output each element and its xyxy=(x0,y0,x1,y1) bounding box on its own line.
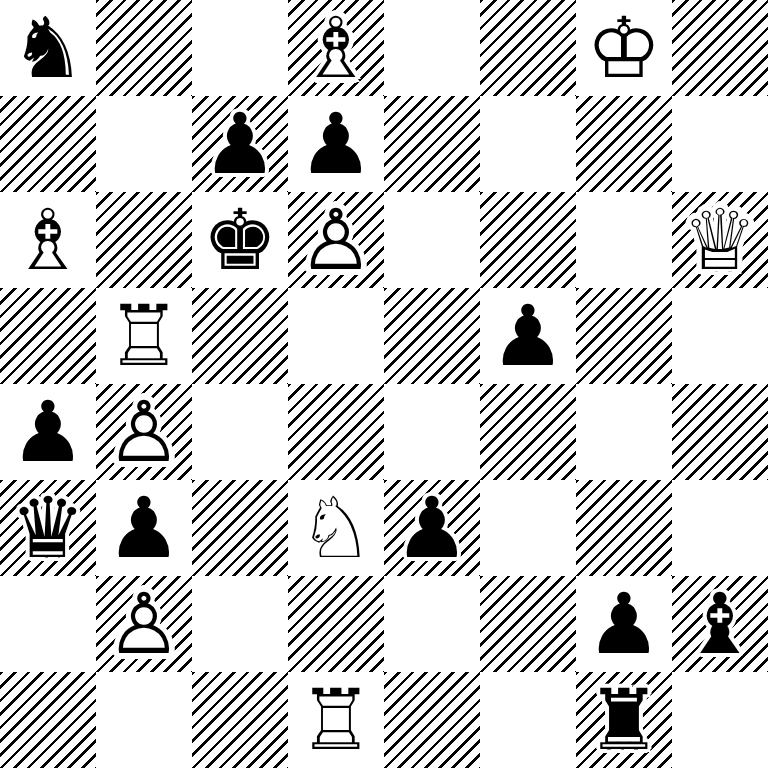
square-a3[interactable]: ♛ xyxy=(0,480,96,576)
piece-white-rook-d1[interactable]: ♜♖ xyxy=(288,672,384,768)
queen-icon: ♕ xyxy=(672,192,768,288)
pawn-icon: ♟ xyxy=(288,96,384,192)
square-d1[interactable]: ♜♖ xyxy=(288,672,384,768)
piece-black-king-c6[interactable]: ♚ xyxy=(192,192,288,288)
pawn-icon: ♟ xyxy=(384,480,480,576)
piece-white-pawn-b2[interactable]: ♟♙ xyxy=(96,576,192,672)
square-b4[interactable]: ♟♙ xyxy=(96,384,192,480)
pawn-icon: ♟ xyxy=(480,288,576,384)
square-f4[interactable] xyxy=(480,384,576,480)
chess-board: ♞♝♗♚♔♟♟♝♗♚♟♙♛♕♜♖♟♟♟♙♛♟♞♘♟♟♙♟♝♜♖♜ xyxy=(0,0,768,768)
square-b7[interactable] xyxy=(96,96,192,192)
square-b5[interactable]: ♜♖ xyxy=(96,288,192,384)
square-a8[interactable]: ♞ xyxy=(0,0,96,96)
square-a7[interactable] xyxy=(0,96,96,192)
pawn-icon: ♙ xyxy=(96,384,192,480)
square-d4[interactable] xyxy=(288,384,384,480)
knight-icon: ♘ xyxy=(288,480,384,576)
bishop-icon: ♗ xyxy=(0,192,96,288)
square-g7[interactable] xyxy=(576,96,672,192)
square-h1[interactable] xyxy=(672,672,768,768)
square-e1[interactable] xyxy=(384,672,480,768)
piece-black-rook-g1[interactable]: ♜ xyxy=(576,672,672,768)
square-c8[interactable] xyxy=(192,0,288,96)
square-b6[interactable] xyxy=(96,192,192,288)
pawn-icon: ♟ xyxy=(96,480,192,576)
square-e4[interactable] xyxy=(384,384,480,480)
square-d3[interactable]: ♞♘ xyxy=(288,480,384,576)
piece-black-pawn-g2[interactable]: ♟ xyxy=(576,576,672,672)
piece-black-bishop-h2[interactable]: ♝ xyxy=(672,576,768,672)
square-d6[interactable]: ♟♙ xyxy=(288,192,384,288)
square-e7[interactable] xyxy=(384,96,480,192)
square-e3[interactable]: ♟ xyxy=(384,480,480,576)
square-g3[interactable] xyxy=(576,480,672,576)
square-c5[interactable] xyxy=(192,288,288,384)
queen-icon: ♛ xyxy=(0,480,96,576)
king-icon: ♔ xyxy=(576,0,672,96)
square-c6[interactable]: ♚ xyxy=(192,192,288,288)
square-h3[interactable] xyxy=(672,480,768,576)
piece-white-bishop-d8[interactable]: ♝♗ xyxy=(288,0,384,96)
square-g8[interactable]: ♚♔ xyxy=(576,0,672,96)
square-h4[interactable] xyxy=(672,384,768,480)
rook-icon: ♖ xyxy=(288,672,384,768)
square-a6[interactable]: ♝♗ xyxy=(0,192,96,288)
piece-black-pawn-e3[interactable]: ♟ xyxy=(384,480,480,576)
piece-black-pawn-c7[interactable]: ♟ xyxy=(192,96,288,192)
piece-black-knight-a8[interactable]: ♞ xyxy=(0,0,96,96)
piece-white-king-g8[interactable]: ♚♔ xyxy=(576,0,672,96)
square-a4[interactable]: ♟ xyxy=(0,384,96,480)
square-d2[interactable] xyxy=(288,576,384,672)
piece-white-bishop-a6[interactable]: ♝♗ xyxy=(0,192,96,288)
pawn-icon: ♙ xyxy=(288,192,384,288)
square-a1[interactable] xyxy=(0,672,96,768)
knight-icon: ♞ xyxy=(0,0,96,96)
piece-white-knight-d3[interactable]: ♞♘ xyxy=(288,480,384,576)
square-b1[interactable] xyxy=(96,672,192,768)
square-b2[interactable]: ♟♙ xyxy=(96,576,192,672)
square-c1[interactable] xyxy=(192,672,288,768)
square-a2[interactable] xyxy=(0,576,96,672)
square-e8[interactable] xyxy=(384,0,480,96)
square-f3[interactable] xyxy=(480,480,576,576)
bishop-icon: ♗ xyxy=(288,0,384,96)
square-g6[interactable] xyxy=(576,192,672,288)
square-f6[interactable] xyxy=(480,192,576,288)
square-h6[interactable]: ♛♕ xyxy=(672,192,768,288)
piece-black-pawn-a4[interactable]: ♟ xyxy=(0,384,96,480)
square-e5[interactable] xyxy=(384,288,480,384)
square-e2[interactable] xyxy=(384,576,480,672)
square-f1[interactable] xyxy=(480,672,576,768)
square-c3[interactable] xyxy=(192,480,288,576)
square-g1[interactable]: ♜ xyxy=(576,672,672,768)
square-g2[interactable]: ♟ xyxy=(576,576,672,672)
rook-icon: ♖ xyxy=(96,288,192,384)
square-a5[interactable] xyxy=(0,288,96,384)
square-h2[interactable]: ♝ xyxy=(672,576,768,672)
square-d8[interactable]: ♝♗ xyxy=(288,0,384,96)
square-g5[interactable] xyxy=(576,288,672,384)
square-h7[interactable] xyxy=(672,96,768,192)
square-c2[interactable] xyxy=(192,576,288,672)
rook-icon: ♜ xyxy=(576,672,672,768)
king-icon: ♚ xyxy=(192,192,288,288)
pawn-icon: ♟ xyxy=(0,384,96,480)
square-d7[interactable]: ♟ xyxy=(288,96,384,192)
bishop-icon: ♝ xyxy=(672,576,768,672)
square-c4[interactable] xyxy=(192,384,288,480)
piece-black-pawn-b3[interactable]: ♟ xyxy=(96,480,192,576)
square-c7[interactable]: ♟ xyxy=(192,96,288,192)
square-b3[interactable]: ♟ xyxy=(96,480,192,576)
pawn-icon: ♙ xyxy=(96,576,192,672)
pawn-icon: ♟ xyxy=(192,96,288,192)
pawn-icon: ♟ xyxy=(576,576,672,672)
square-f5[interactable]: ♟ xyxy=(480,288,576,384)
square-f2[interactable] xyxy=(480,576,576,672)
square-g4[interactable] xyxy=(576,384,672,480)
square-e6[interactable] xyxy=(384,192,480,288)
square-f8[interactable] xyxy=(480,0,576,96)
piece-white-rook-b5[interactable]: ♜♖ xyxy=(96,288,192,384)
square-d5[interactable] xyxy=(288,288,384,384)
square-h5[interactable] xyxy=(672,288,768,384)
square-f7[interactable] xyxy=(480,96,576,192)
piece-black-pawn-f5[interactable]: ♟ xyxy=(480,288,576,384)
square-h8[interactable] xyxy=(672,0,768,96)
piece-white-queen-h6[interactable]: ♛♕ xyxy=(672,192,768,288)
piece-black-queen-a3[interactable]: ♛ xyxy=(0,480,96,576)
piece-black-pawn-d7[interactable]: ♟ xyxy=(288,96,384,192)
piece-white-pawn-b4[interactable]: ♟♙ xyxy=(96,384,192,480)
square-b8[interactable] xyxy=(96,0,192,96)
piece-white-pawn-d6[interactable]: ♟♙ xyxy=(288,192,384,288)
